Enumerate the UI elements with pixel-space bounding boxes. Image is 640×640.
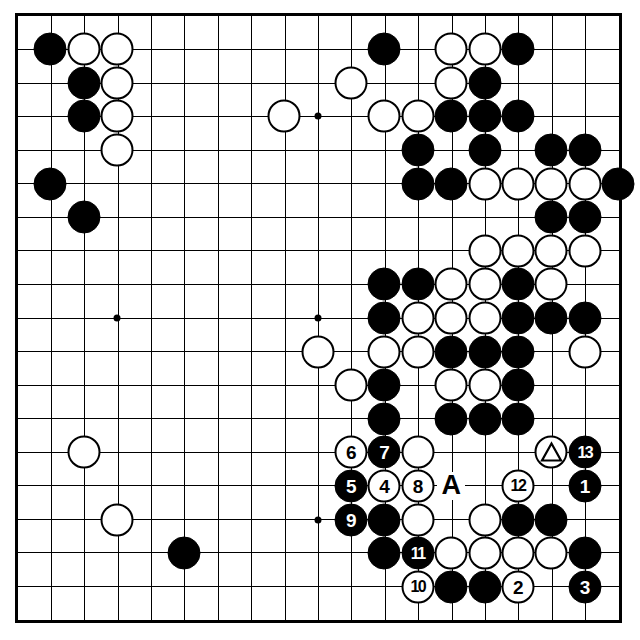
point-label-A: A (437, 472, 465, 500)
white-stone (101, 66, 134, 99)
grid-cell (184, 385, 217, 419)
move-number: 8 (413, 476, 423, 495)
white-stone (101, 133, 134, 166)
grid-cell (418, 217, 451, 251)
white-stone (301, 335, 334, 368)
grid-cell (51, 318, 84, 352)
grid-cell (18, 351, 51, 385)
white-stone (435, 369, 468, 402)
grid-cell (251, 217, 284, 251)
grid-cell (251, 452, 284, 486)
grid-cell (285, 250, 318, 284)
move-stone-9: 9 (335, 503, 368, 536)
grid-cell (118, 418, 151, 452)
grid-cell (118, 552, 151, 586)
grid-cell (184, 116, 217, 150)
grid-cell (118, 284, 151, 318)
grid-cell (351, 183, 384, 217)
grid-cell (51, 351, 84, 385)
black-stone (535, 503, 568, 536)
black-stone (435, 100, 468, 133)
white-stone (435, 33, 468, 66)
black-stone (535, 301, 568, 334)
black-stone (435, 335, 468, 368)
grid-cell (318, 150, 351, 184)
grid-cell (18, 519, 51, 553)
grid-cell (318, 552, 351, 586)
grid-cell (51, 250, 84, 284)
grid-cell (218, 552, 251, 586)
black-stone (368, 537, 401, 570)
white-stone (67, 436, 100, 469)
grid-cell (118, 250, 151, 284)
grid-cell (18, 318, 51, 352)
white-stone (468, 234, 501, 267)
white-stone (502, 234, 535, 267)
black-stone (468, 570, 501, 603)
white-stone (502, 537, 535, 570)
grid-cell (151, 452, 184, 486)
white-stone (401, 503, 434, 536)
grid-cell (285, 552, 318, 586)
grid-cell (251, 16, 284, 50)
grid-cell (51, 519, 84, 553)
grid-cell (118, 183, 151, 217)
grid-cell (552, 16, 585, 50)
grid-cell (184, 250, 217, 284)
grid-cell (285, 183, 318, 217)
grid-cell (18, 586, 51, 620)
grid-cell (218, 116, 251, 150)
grid-cell (51, 586, 84, 620)
grid-cell (184, 452, 217, 486)
white-stone (468, 167, 501, 200)
move-number: 10 (410, 579, 425, 595)
grid-cell (218, 385, 251, 419)
grid-cell (251, 418, 284, 452)
black-stone (502, 503, 535, 536)
white-stone (435, 537, 468, 570)
grid-cell (18, 385, 51, 419)
grid-cell (51, 385, 84, 419)
grid-cell (251, 183, 284, 217)
go-diagram-page: 12345678910111213A (0, 0, 640, 640)
grid-cell (285, 485, 318, 519)
grid-cell (318, 217, 351, 251)
grid-cell (251, 250, 284, 284)
white-stone (368, 335, 401, 368)
grid-cell (151, 250, 184, 284)
white-stone (568, 167, 601, 200)
grid-cell (285, 452, 318, 486)
grid-cell (218, 16, 251, 50)
grid-cell (184, 217, 217, 251)
grid-cell (285, 217, 318, 251)
white-stone (435, 301, 468, 334)
black-stone (568, 301, 601, 334)
grid-cell (318, 116, 351, 150)
grid-cell (84, 250, 117, 284)
white-stone (535, 537, 568, 570)
grid-cell (285, 16, 318, 50)
move-number: 6 (346, 443, 356, 462)
grid-cell (151, 150, 184, 184)
grid-cell (318, 284, 351, 318)
black-stone (502, 335, 535, 368)
grid-cell (151, 183, 184, 217)
grid-cell (151, 217, 184, 251)
move-number: 9 (346, 510, 356, 529)
white-stone (335, 66, 368, 99)
grid-cell (285, 586, 318, 620)
grid-cell (218, 49, 251, 83)
star-point (314, 113, 321, 120)
grid-cell (251, 586, 284, 620)
grid-cell (84, 284, 117, 318)
grid-cell (218, 83, 251, 117)
grid-cell (285, 49, 318, 83)
black-stone (401, 167, 434, 200)
grid-cell (184, 586, 217, 620)
black-stone (34, 167, 67, 200)
grid-cell (251, 351, 284, 385)
grid-cell (351, 217, 384, 251)
white-stone (368, 100, 401, 133)
move-number: 12 (511, 478, 526, 494)
grid-cell (251, 519, 284, 553)
grid-cell (118, 351, 151, 385)
white-stone (468, 503, 501, 536)
black-stone (502, 268, 535, 301)
black-stone (67, 201, 100, 234)
grid-cell (18, 552, 51, 586)
grid-cell (18, 485, 51, 519)
white-stone (401, 335, 434, 368)
grid-cell (318, 250, 351, 284)
black-stone (468, 402, 501, 435)
move-stone-10: 10 (401, 570, 434, 603)
grid-cell (285, 385, 318, 419)
grid-cell (184, 49, 217, 83)
grid-cell (151, 49, 184, 83)
black-stone (568, 201, 601, 234)
star-point (314, 314, 321, 321)
black-stone (435, 167, 468, 200)
black-stone (67, 100, 100, 133)
move-number: 7 (379, 443, 389, 462)
black-stone (401, 268, 434, 301)
go-board: 12345678910111213A (0, 0, 640, 640)
grid-cell (84, 318, 117, 352)
grid-cell (218, 217, 251, 251)
white-stone (401, 301, 434, 334)
black-stone (568, 133, 601, 166)
grid-cell (151, 418, 184, 452)
grid-cell (218, 418, 251, 452)
grid-cell (218, 284, 251, 318)
grid-cell (218, 351, 251, 385)
grid-cell (318, 183, 351, 217)
move-stone-4: 4 (368, 469, 401, 502)
grid-cell (118, 318, 151, 352)
triangle-marked-stone (535, 436, 568, 469)
grid-cell (251, 49, 284, 83)
white-stone (67, 33, 100, 66)
grid-cell (84, 552, 117, 586)
black-stone (602, 167, 635, 200)
grid-cell (218, 183, 251, 217)
grid-cell (218, 485, 251, 519)
black-stone (468, 335, 501, 368)
grid-cell (84, 586, 117, 620)
grid-cell (184, 318, 217, 352)
move-number: 11 (411, 545, 425, 561)
black-stone (368, 33, 401, 66)
grid-cell (218, 150, 251, 184)
grid-cell (251, 318, 284, 352)
white-stone (401, 100, 434, 133)
move-stone-2: 2 (502, 570, 535, 603)
grid-cell (151, 385, 184, 419)
grid-cell (351, 150, 384, 184)
white-stone (535, 268, 568, 301)
grid-cell (552, 385, 585, 419)
black-stone (368, 402, 401, 435)
grid-cell (84, 385, 117, 419)
move-stone-11: 11 (401, 537, 434, 570)
move-stone-5: 5 (335, 469, 368, 502)
move-number: 5 (346, 476, 356, 495)
grid-cell (184, 418, 217, 452)
grid-cell (18, 418, 51, 452)
grid-cell (218, 452, 251, 486)
white-stone (468, 301, 501, 334)
grid-cell (318, 16, 351, 50)
star-point (114, 314, 121, 321)
grid-cell (585, 16, 618, 50)
white-stone (468, 33, 501, 66)
triangle-marker-icon (539, 440, 563, 464)
white-stone (535, 167, 568, 200)
grid-cell (118, 452, 151, 486)
black-stone (34, 33, 67, 66)
black-stone (368, 503, 401, 536)
black-stone (535, 133, 568, 166)
grid-cell (118, 217, 151, 251)
grid-cell (51, 284, 84, 318)
grid-cell (184, 351, 217, 385)
grid-cell (51, 485, 84, 519)
move-stone-12: 12 (502, 469, 535, 502)
grid-cell (151, 351, 184, 385)
grid-cell (218, 586, 251, 620)
black-stone (435, 402, 468, 435)
grid-cell (151, 116, 184, 150)
grid-cell (585, 385, 618, 419)
grid-cell (218, 519, 251, 553)
black-stone (568, 537, 601, 570)
grid-cell (585, 49, 618, 83)
white-stone (468, 268, 501, 301)
white-stone (101, 503, 134, 536)
move-number: 13 (577, 444, 592, 460)
grid-cell (218, 318, 251, 352)
move-number: 4 (379, 476, 389, 495)
move-stone-7: 7 (368, 436, 401, 469)
grid-cell (285, 284, 318, 318)
grid-cell (184, 16, 217, 50)
grid-cell (118, 586, 151, 620)
black-stone (368, 268, 401, 301)
white-stone (468, 537, 501, 570)
grid-cell (18, 217, 51, 251)
black-stone (168, 537, 201, 570)
grid-cell (552, 83, 585, 117)
grid-cell (151, 16, 184, 50)
black-stone (468, 133, 501, 166)
black-stone (468, 66, 501, 99)
move-stone-3: 3 (568, 570, 601, 603)
black-stone (435, 570, 468, 603)
black-stone (368, 369, 401, 402)
white-stone (401, 436, 434, 469)
grid-cell (184, 83, 217, 117)
white-stone (435, 268, 468, 301)
grid-cell (285, 519, 318, 553)
grid-cell (251, 385, 284, 419)
move-stone-13: 13 (568, 436, 601, 469)
grid-cell (184, 150, 217, 184)
grid-cell (552, 49, 585, 83)
black-stone (502, 301, 535, 334)
grid-cell (585, 83, 618, 117)
move-stone-6: 6 (335, 436, 368, 469)
white-stone (268, 100, 301, 133)
grid-cell (151, 318, 184, 352)
white-stone (568, 234, 601, 267)
white-stone (335, 369, 368, 402)
grid-cell (18, 452, 51, 486)
star-point (314, 516, 321, 523)
black-stone (535, 201, 568, 234)
white-stone (535, 234, 568, 267)
black-stone (502, 402, 535, 435)
grid-cell (184, 183, 217, 217)
grid-cell (151, 485, 184, 519)
grid-cell (84, 351, 117, 385)
black-stone (502, 369, 535, 402)
grid-cell (18, 116, 51, 150)
black-stone (502, 33, 535, 66)
black-stone (401, 133, 434, 166)
white-stone (435, 66, 468, 99)
grid-cell (385, 217, 418, 251)
grid-cell (18, 250, 51, 284)
grid-cell (151, 284, 184, 318)
black-stone (67, 66, 100, 99)
grid-cell (18, 83, 51, 117)
grid-cell (318, 586, 351, 620)
white-stone (468, 369, 501, 402)
move-stone-8: 8 (401, 469, 434, 502)
grid-cell (285, 418, 318, 452)
grid-cell (184, 284, 217, 318)
black-stone (502, 100, 535, 133)
grid-cell (51, 552, 84, 586)
move-stone-1: 1 (568, 469, 601, 502)
grid-cell (118, 385, 151, 419)
black-stone (468, 100, 501, 133)
move-number: 2 (513, 577, 523, 596)
black-stone (368, 301, 401, 334)
grid-cell (184, 485, 217, 519)
grid-cell (251, 150, 284, 184)
grid-cell (151, 586, 184, 620)
move-number: 1 (580, 476, 590, 495)
white-stone (101, 33, 134, 66)
grid-cell (218, 250, 251, 284)
move-number: 3 (580, 577, 590, 596)
white-stone (502, 167, 535, 200)
grid-cell (285, 150, 318, 184)
white-stone (568, 335, 601, 368)
grid-cell (351, 586, 384, 620)
grid-cell (151, 83, 184, 117)
grid-cell (251, 485, 284, 519)
grid-cell (251, 284, 284, 318)
grid-cell (18, 284, 51, 318)
grid-cell (251, 552, 284, 586)
white-stone (101, 100, 134, 133)
